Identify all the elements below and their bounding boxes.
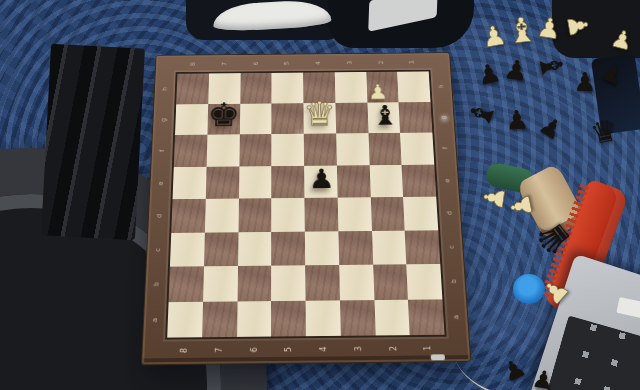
scattered-piece: ♟ [537, 273, 575, 310]
scattered-piece: ♝ [463, 96, 500, 132]
scattered-piece: ♝ [505, 11, 539, 48]
scattered-piece: ♟ [504, 106, 529, 134]
scattered-piece: ♛ [588, 115, 621, 150]
scattered-piece: ♟ [530, 366, 555, 390]
scattered-piece: ♟ [502, 55, 530, 85]
scattered-piece: ♟ [573, 69, 596, 95]
scattered-piece: ♟ [609, 26, 636, 55]
scattered-piece: ♟ [505, 191, 536, 220]
flash-glare-soft [296, 130, 305, 135]
scattered-piece: ♟ [563, 12, 593, 39]
scene-photo: 87654321 87654321 hgfedcba hgfedcba ♟♚♛♝… [0, 0, 640, 390]
scattered-piece: ♝ [534, 50, 569, 83]
scattered-piece: ♟ [480, 21, 509, 52]
scattered-piece: ♟ [597, 59, 626, 90]
scattered-piece: ♟ [535, 13, 563, 43]
scattered-piece: ♟ [535, 111, 567, 144]
scattered-piece: ♛ [529, 213, 580, 263]
scattered-piece: ♟ [499, 354, 530, 386]
scattered-piece: ♟ [475, 59, 503, 89]
flash-glare [441, 116, 448, 121]
scattered-pieces: ♝♟♟♟♟♟♟♝♟♟♝♟♟♛♟♟♛♟♟♟ [0, 0, 640, 390]
